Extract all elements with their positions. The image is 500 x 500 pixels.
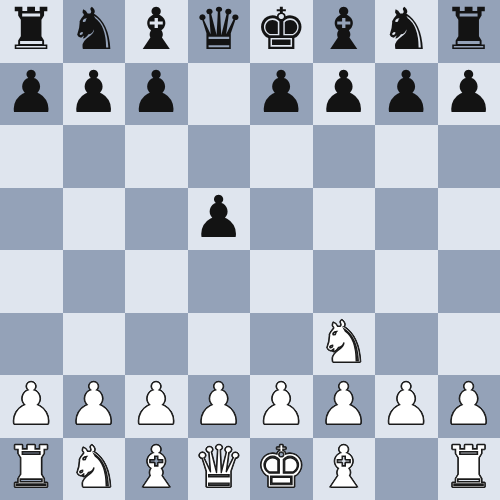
square-g8[interactable]: ♞ xyxy=(375,0,438,63)
square-h5[interactable] xyxy=(438,188,500,251)
square-d5[interactable]: ♟ xyxy=(188,188,251,251)
piece-white-knight[interactable]: ♞ xyxy=(318,313,370,374)
square-b8[interactable]: ♞ xyxy=(63,0,126,63)
square-h2[interactable]: ♟ xyxy=(438,375,500,438)
square-d8[interactable]: ♛ xyxy=(188,0,251,63)
piece-black-pawn[interactable]: ♟ xyxy=(5,63,57,124)
square-b6[interactable] xyxy=(63,125,126,188)
square-a6[interactable] xyxy=(0,125,63,188)
square-c8[interactable]: ♝ xyxy=(125,0,188,63)
chess-board: ♜♞♝♛♚♝♞♜♟♟♟♟♟♟♟♟♞♟♟♟♟♟♟♟♟♜♞♝♛♚♝♜ xyxy=(0,0,500,500)
piece-black-pawn[interactable]: ♟ xyxy=(193,188,245,249)
square-g3[interactable] xyxy=(375,313,438,376)
square-f1[interactable]: ♝ xyxy=(313,438,376,500)
piece-black-pawn[interactable]: ♟ xyxy=(443,63,495,124)
square-h4[interactable] xyxy=(438,250,500,313)
square-c5[interactable] xyxy=(125,188,188,251)
square-f3[interactable]: ♞ xyxy=(313,313,376,376)
square-g5[interactable] xyxy=(375,188,438,251)
square-f5[interactable] xyxy=(313,188,376,251)
square-b1[interactable]: ♞ xyxy=(63,438,126,500)
piece-white-bishop[interactable]: ♝ xyxy=(130,438,182,499)
piece-black-queen[interactable]: ♛ xyxy=(193,0,245,61)
piece-black-bishop[interactable]: ♝ xyxy=(318,0,370,61)
square-d3[interactable] xyxy=(188,313,251,376)
square-f8[interactable]: ♝ xyxy=(313,0,376,63)
square-e5[interactable] xyxy=(250,188,313,251)
square-e4[interactable] xyxy=(250,250,313,313)
piece-black-knight[interactable]: ♞ xyxy=(68,0,120,61)
square-h8[interactable]: ♜ xyxy=(438,0,500,63)
square-h3[interactable] xyxy=(438,313,500,376)
piece-black-pawn[interactable]: ♟ xyxy=(68,63,120,124)
piece-white-pawn[interactable]: ♟ xyxy=(380,375,432,436)
square-d4[interactable] xyxy=(188,250,251,313)
piece-black-knight[interactable]: ♞ xyxy=(380,0,432,61)
square-a3[interactable] xyxy=(0,313,63,376)
piece-black-rook[interactable]: ♜ xyxy=(5,0,57,61)
piece-white-pawn[interactable]: ♟ xyxy=(443,375,495,436)
square-d1[interactable]: ♛ xyxy=(188,438,251,500)
piece-black-pawn[interactable]: ♟ xyxy=(255,63,307,124)
square-a1[interactable]: ♜ xyxy=(0,438,63,500)
square-b7[interactable]: ♟ xyxy=(63,63,126,126)
square-f4[interactable] xyxy=(313,250,376,313)
square-e2[interactable]: ♟ xyxy=(250,375,313,438)
piece-white-pawn[interactable]: ♟ xyxy=(5,375,57,436)
square-f2[interactable]: ♟ xyxy=(313,375,376,438)
square-c6[interactable] xyxy=(125,125,188,188)
square-e1[interactable]: ♚ xyxy=(250,438,313,500)
square-a5[interactable] xyxy=(0,188,63,251)
piece-white-knight[interactable]: ♞ xyxy=(68,438,120,499)
square-a8[interactable]: ♜ xyxy=(0,0,63,63)
piece-white-queen[interactable]: ♛ xyxy=(193,438,245,499)
square-c3[interactable] xyxy=(125,313,188,376)
square-b5[interactable] xyxy=(63,188,126,251)
square-e6[interactable] xyxy=(250,125,313,188)
square-d2[interactable]: ♟ xyxy=(188,375,251,438)
square-f7[interactable]: ♟ xyxy=(313,63,376,126)
square-h7[interactable]: ♟ xyxy=(438,63,500,126)
square-d6[interactable] xyxy=(188,125,251,188)
piece-black-king[interactable]: ♚ xyxy=(255,0,307,61)
square-c7[interactable]: ♟ xyxy=(125,63,188,126)
piece-white-king[interactable]: ♚ xyxy=(255,438,307,499)
piece-white-bishop[interactable]: ♝ xyxy=(318,438,370,499)
square-c2[interactable]: ♟ xyxy=(125,375,188,438)
piece-white-pawn[interactable]: ♟ xyxy=(193,375,245,436)
square-e8[interactable]: ♚ xyxy=(250,0,313,63)
square-g2[interactable]: ♟ xyxy=(375,375,438,438)
square-c4[interactable] xyxy=(125,250,188,313)
square-b3[interactable] xyxy=(63,313,126,376)
piece-black-bishop[interactable]: ♝ xyxy=(130,0,182,61)
square-h6[interactable] xyxy=(438,125,500,188)
piece-black-pawn[interactable]: ♟ xyxy=(130,63,182,124)
piece-white-pawn[interactable]: ♟ xyxy=(318,375,370,436)
square-a7[interactable]: ♟ xyxy=(0,63,63,126)
piece-white-rook[interactable]: ♜ xyxy=(5,438,57,499)
piece-black-rook[interactable]: ♜ xyxy=(443,0,495,61)
piece-white-pawn[interactable]: ♟ xyxy=(255,375,307,436)
square-d7[interactable] xyxy=(188,63,251,126)
piece-black-pawn[interactable]: ♟ xyxy=(380,63,432,124)
square-h1[interactable]: ♜ xyxy=(438,438,500,500)
piece-white-pawn[interactable]: ♟ xyxy=(68,375,120,436)
square-g1[interactable] xyxy=(375,438,438,500)
square-a4[interactable] xyxy=(0,250,63,313)
square-e7[interactable]: ♟ xyxy=(250,63,313,126)
square-g4[interactable] xyxy=(375,250,438,313)
square-b2[interactable]: ♟ xyxy=(63,375,126,438)
square-g7[interactable]: ♟ xyxy=(375,63,438,126)
piece-white-pawn[interactable]: ♟ xyxy=(130,375,182,436)
piece-black-pawn[interactable]: ♟ xyxy=(318,63,370,124)
square-a2[interactable]: ♟ xyxy=(0,375,63,438)
square-b4[interactable] xyxy=(63,250,126,313)
square-g6[interactable] xyxy=(375,125,438,188)
square-c1[interactable]: ♝ xyxy=(125,438,188,500)
piece-white-rook[interactable]: ♜ xyxy=(443,438,495,499)
square-e3[interactable] xyxy=(250,313,313,376)
square-f6[interactable] xyxy=(313,125,376,188)
